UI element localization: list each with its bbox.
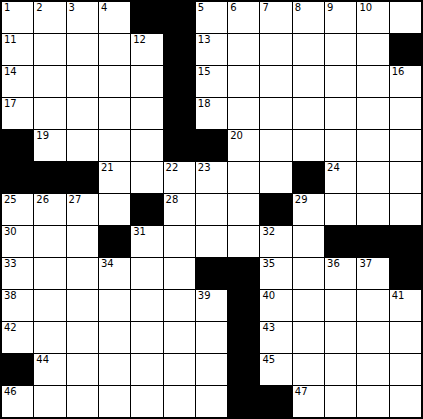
- clue-number: 14: [4, 66, 17, 78]
- cell-r9c4[interactable]: 34: [99, 258, 130, 289]
- cell-r9c1[interactable]: 33: [2, 258, 33, 289]
- cell-r3c13[interactable]: 16: [390, 66, 421, 97]
- cell-r7c3[interactable]: 27: [67, 194, 98, 225]
- clue-number: 18: [198, 98, 211, 110]
- cell-r12c4[interactable]: [99, 354, 130, 385]
- cell-r2c8[interactable]: [228, 34, 259, 65]
- cell-r3c1[interactable]: 14: [2, 66, 33, 97]
- cell-r13c10[interactable]: 47: [293, 386, 324, 417]
- cell-r13c2[interactable]: [34, 386, 65, 417]
- cell-r8c1[interactable]: 30: [2, 226, 33, 257]
- black-cell-r13c9: [260, 386, 291, 417]
- black-cell-r8c13: [390, 226, 421, 257]
- cell-r7c7[interactable]: [196, 194, 227, 225]
- cell-r13c7[interactable]: [196, 386, 227, 417]
- cell-r1c9[interactable]: 7: [260, 2, 291, 33]
- cell-r11c13[interactable]: [390, 322, 421, 353]
- cell-r1c2[interactable]: 2: [34, 2, 65, 33]
- black-cell-r6c3: [67, 162, 98, 193]
- black-cell-r5c1: [2, 130, 33, 161]
- clue-number: 4: [101, 2, 107, 14]
- cell-r4c9[interactable]: [260, 98, 291, 129]
- cell-r6c12[interactable]: [357, 162, 388, 193]
- cell-r4c10[interactable]: [293, 98, 324, 129]
- clue-number: 37: [359, 258, 372, 270]
- cell-r6c13[interactable]: [390, 162, 421, 193]
- clue-number: 34: [101, 258, 114, 270]
- black-cell-r9c13: [390, 258, 421, 289]
- black-cell-r9c7: [196, 258, 227, 289]
- cell-r11c3[interactable]: [67, 322, 98, 353]
- cell-r12c5[interactable]: [131, 354, 162, 385]
- cell-r10c4[interactable]: [99, 290, 130, 321]
- cell-r9c6[interactable]: [164, 258, 195, 289]
- cell-r2c2[interactable]: [34, 34, 65, 65]
- clue-number: 28: [166, 194, 179, 206]
- clue-number: 6: [230, 2, 236, 14]
- cell-r2c11[interactable]: [325, 34, 356, 65]
- cell-r8c9[interactable]: 32: [260, 226, 291, 257]
- cell-r13c4[interactable]: [99, 386, 130, 417]
- black-cell-r12c1: [2, 354, 33, 385]
- clue-number: 11: [4, 34, 17, 46]
- clue-number: 35: [262, 258, 275, 270]
- cell-r12c10[interactable]: [293, 354, 324, 385]
- clue-number: 17: [4, 98, 17, 110]
- cell-r2c5[interactable]: 12: [131, 34, 162, 65]
- cell-r1c11[interactable]: 9: [325, 2, 356, 33]
- cell-r12c6[interactable]: [164, 354, 195, 385]
- cell-r1c3[interactable]: 3: [67, 2, 98, 33]
- cell-r8c7[interactable]: [196, 226, 227, 257]
- cell-r4c8[interactable]: [228, 98, 259, 129]
- cell-r5c11[interactable]: [325, 130, 356, 161]
- cell-r8c8[interactable]: [228, 226, 259, 257]
- clue-number: 20: [230, 130, 243, 142]
- clue-number: 45: [262, 354, 275, 366]
- clue-number: 44: [36, 354, 49, 366]
- cell-r2c4[interactable]: [99, 34, 130, 65]
- clue-number: 39: [198, 290, 211, 302]
- black-cell-r6c2: [34, 162, 65, 193]
- cell-r9c12[interactable]: 37: [357, 258, 388, 289]
- clue-number: 38: [4, 290, 17, 302]
- cell-r9c9[interactable]: 35: [260, 258, 291, 289]
- cell-r1c13[interactable]: [390, 2, 421, 33]
- clue-number: 43: [262, 322, 275, 334]
- cell-r5c13[interactable]: [390, 130, 421, 161]
- cell-r9c10[interactable]: [293, 258, 324, 289]
- cell-r11c2[interactable]: [34, 322, 65, 353]
- clue-number: 42: [4, 322, 17, 334]
- cell-r11c1[interactable]: 42: [2, 322, 33, 353]
- black-cell-r1c6: [164, 2, 195, 33]
- cell-r12c13[interactable]: [390, 354, 421, 385]
- cell-r1c7[interactable]: 5: [196, 2, 227, 33]
- cell-r6c5[interactable]: [131, 162, 162, 193]
- cell-r2c7[interactable]: 13: [196, 34, 227, 65]
- cell-r8c5[interactable]: 31: [131, 226, 162, 257]
- cell-r10c1[interactable]: 38: [2, 290, 33, 321]
- cell-r10c3[interactable]: [67, 290, 98, 321]
- cell-r1c4[interactable]: 4: [99, 2, 130, 33]
- cell-r5c10[interactable]: [293, 130, 324, 161]
- cell-r13c13[interactable]: [390, 386, 421, 417]
- cell-r7c10[interactable]: 29: [293, 194, 324, 225]
- cell-r12c7[interactable]: [196, 354, 227, 385]
- cell-r4c3[interactable]: [67, 98, 98, 129]
- cell-r5c8[interactable]: 20: [228, 130, 259, 161]
- clue-number: 25: [4, 194, 17, 206]
- cell-r10c13[interactable]: 41: [390, 290, 421, 321]
- cell-r8c2[interactable]: [34, 226, 65, 257]
- cell-r3c10[interactable]: [293, 66, 324, 97]
- cell-r9c2[interactable]: [34, 258, 65, 289]
- clue-number: 10: [359, 2, 372, 14]
- cell-r6c8[interactable]: [228, 162, 259, 193]
- cell-r5c2[interactable]: 19: [34, 130, 65, 161]
- clue-number: 2: [36, 2, 42, 14]
- clue-number: 26: [36, 194, 49, 206]
- cell-r5c4[interactable]: [99, 130, 130, 161]
- black-cell-r8c12: [357, 226, 388, 257]
- cell-r11c5[interactable]: [131, 322, 162, 353]
- cell-r3c5[interactable]: [131, 66, 162, 97]
- cell-r10c11[interactable]: [325, 290, 356, 321]
- cell-r4c11[interactable]: [325, 98, 356, 129]
- cell-r6c4[interactable]: 21: [99, 162, 130, 193]
- cell-r1c10[interactable]: 8: [293, 2, 324, 33]
- black-cell-r8c11: [325, 226, 356, 257]
- black-cell-r11c8: [228, 322, 259, 353]
- clue-number: 40: [262, 290, 275, 302]
- black-cell-r5c7: [196, 130, 227, 161]
- cell-r4c13[interactable]: [390, 98, 421, 129]
- black-cell-r8c4: [99, 226, 130, 257]
- clue-number: 3: [69, 2, 75, 14]
- cell-r3c2[interactable]: [34, 66, 65, 97]
- cell-r11c12[interactable]: [357, 322, 388, 353]
- clue-number: 32: [262, 226, 275, 238]
- black-cell-r6c1: [2, 162, 33, 193]
- cell-r7c12[interactable]: [357, 194, 388, 225]
- cell-r10c7[interactable]: 39: [196, 290, 227, 321]
- cell-r7c2[interactable]: 26: [34, 194, 65, 225]
- clue-number: 1: [4, 2, 10, 14]
- cell-r9c11[interactable]: 36: [325, 258, 356, 289]
- cell-r1c1[interactable]: 1: [2, 2, 33, 33]
- cell-r6c7[interactable]: 23: [196, 162, 227, 193]
- cell-r12c12[interactable]: [357, 354, 388, 385]
- clue-number: 27: [69, 194, 82, 206]
- clue-number: 16: [392, 66, 405, 78]
- clue-number: 21: [101, 162, 114, 174]
- cell-r8c10[interactable]: [293, 226, 324, 257]
- cell-r10c5[interactable]: [131, 290, 162, 321]
- cell-r13c1[interactable]: 46: [2, 386, 33, 417]
- cell-r13c6[interactable]: [164, 386, 195, 417]
- clue-number: 8: [295, 2, 301, 14]
- cell-r3c7[interactable]: 15: [196, 66, 227, 97]
- cell-r11c7[interactable]: [196, 322, 227, 353]
- cell-r4c1[interactable]: 17: [2, 98, 33, 129]
- cell-r2c3[interactable]: [67, 34, 98, 65]
- black-cell-r6c10: [293, 162, 324, 193]
- cell-r3c12[interactable]: [357, 66, 388, 97]
- cell-r11c9[interactable]: 43: [260, 322, 291, 353]
- black-cell-r7c9: [260, 194, 291, 225]
- clue-number: 19: [36, 130, 49, 142]
- cell-r3c9[interactable]: [260, 66, 291, 97]
- clue-number: 24: [327, 162, 340, 174]
- cell-r12c9[interactable]: 45: [260, 354, 291, 385]
- cell-r2c10[interactable]: [293, 34, 324, 65]
- black-cell-r1c5: [131, 2, 162, 33]
- clue-number: 9: [327, 2, 333, 14]
- black-cell-r7c5: [131, 194, 162, 225]
- clue-number: 13: [198, 34, 211, 46]
- cell-r13c5[interactable]: [131, 386, 162, 417]
- clue-number: 36: [327, 258, 340, 270]
- clue-number: 29: [295, 194, 308, 206]
- cell-r5c5[interactable]: [131, 130, 162, 161]
- cell-r10c6[interactable]: [164, 290, 195, 321]
- black-cell-r10c8: [228, 290, 259, 321]
- cell-r9c5[interactable]: [131, 258, 162, 289]
- clue-number: 47: [295, 386, 308, 398]
- cell-r12c2[interactable]: 44: [34, 354, 65, 385]
- cell-r6c11[interactable]: 24: [325, 162, 356, 193]
- cell-r9c3[interactable]: [67, 258, 98, 289]
- cell-r3c11[interactable]: [325, 66, 356, 97]
- clue-number: 22: [166, 162, 179, 174]
- cell-r7c13[interactable]: [390, 194, 421, 225]
- cell-r5c3[interactable]: [67, 130, 98, 161]
- crossword-board: 1234567891011121314151617181920212223242…: [0, 0, 423, 419]
- cell-r5c12[interactable]: [357, 130, 388, 161]
- cell-r10c10[interactable]: [293, 290, 324, 321]
- clue-number: 33: [4, 258, 17, 270]
- cell-r8c3[interactable]: [67, 226, 98, 257]
- black-cell-r4c6: [164, 98, 195, 129]
- cell-r3c3[interactable]: [67, 66, 98, 97]
- clue-number: 12: [133, 34, 146, 46]
- cell-r10c12[interactable]: [357, 290, 388, 321]
- cell-r11c10[interactable]: [293, 322, 324, 353]
- cell-r7c1[interactable]: 25: [2, 194, 33, 225]
- cell-r13c12[interactable]: [357, 386, 388, 417]
- clue-number: 5: [198, 2, 204, 14]
- clue-number: 30: [4, 226, 17, 238]
- clue-number: 15: [198, 66, 211, 78]
- cell-r13c11[interactable]: [325, 386, 356, 417]
- cell-r5c9[interactable]: [260, 130, 291, 161]
- clue-number: 7: [262, 2, 268, 14]
- black-cell-r5c6: [164, 130, 195, 161]
- clue-number: 31: [133, 226, 146, 238]
- black-cell-r13c8: [228, 386, 259, 417]
- cell-r3c8[interactable]: [228, 66, 259, 97]
- cell-r2c1[interactable]: 11: [2, 34, 33, 65]
- cell-r11c6[interactable]: [164, 322, 195, 353]
- cell-r4c12[interactable]: [357, 98, 388, 129]
- cell-r11c4[interactable]: [99, 322, 130, 353]
- cell-r4c5[interactable]: [131, 98, 162, 129]
- black-cell-r9c8: [228, 258, 259, 289]
- cell-r2c12[interactable]: [357, 34, 388, 65]
- cell-r10c9[interactable]: 40: [260, 290, 291, 321]
- black-cell-r2c13: [390, 34, 421, 65]
- cell-r1c12[interactable]: 10: [357, 2, 388, 33]
- black-cell-r12c8: [228, 354, 259, 385]
- cell-r4c7[interactable]: 18: [196, 98, 227, 129]
- cell-r4c2[interactable]: [34, 98, 65, 129]
- cell-r12c3[interactable]: [67, 354, 98, 385]
- cell-r6c9[interactable]: [260, 162, 291, 193]
- clue-number: 41: [392, 290, 405, 302]
- cell-r7c11[interactable]: [325, 194, 356, 225]
- cell-r7c6[interactable]: 28: [164, 194, 195, 225]
- cell-r4c4[interactable]: [99, 98, 130, 129]
- cell-r6c6[interactable]: 22: [164, 162, 195, 193]
- clue-number: 46: [4, 386, 17, 398]
- cell-r13c3[interactable]: [67, 386, 98, 417]
- cell-r10c2[interactable]: [34, 290, 65, 321]
- cell-r8c6[interactable]: [164, 226, 195, 257]
- cell-r1c8[interactable]: 6: [228, 2, 259, 33]
- black-cell-r2c6: [164, 34, 195, 65]
- cell-r12c11[interactable]: [325, 354, 356, 385]
- clue-number: 23: [198, 162, 211, 174]
- cell-r11c11[interactable]: [325, 322, 356, 353]
- cell-r2c9[interactable]: [260, 34, 291, 65]
- cell-r7c4[interactable]: [99, 194, 130, 225]
- cell-r3c4[interactable]: [99, 66, 130, 97]
- cell-r7c8[interactable]: [228, 194, 259, 225]
- black-cell-r3c6: [164, 66, 195, 97]
